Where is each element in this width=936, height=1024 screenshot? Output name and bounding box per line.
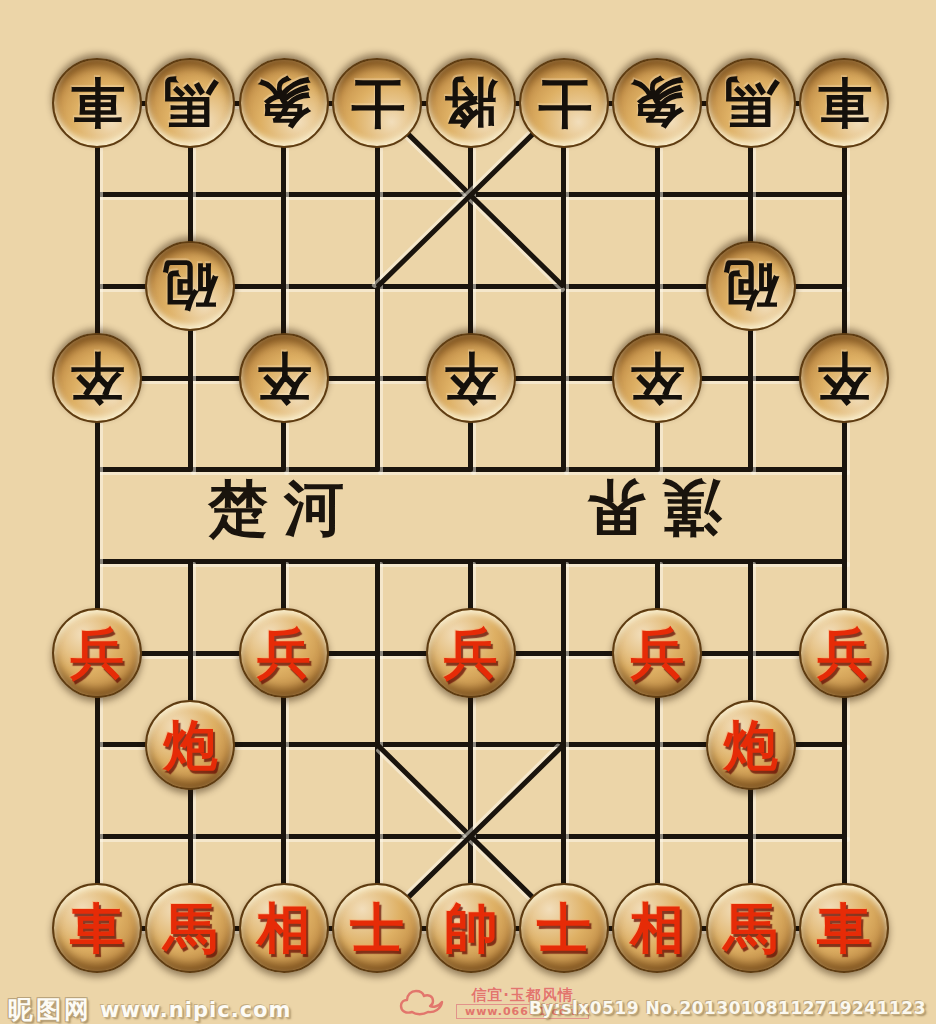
piece-red-soldier[interactable]: 兵 [426,608,516,698]
piece-red-advisor[interactable]: 士 [332,883,422,973]
xiangqi-board-photo: 楚河 漢界 車馬象士將士象馬車砲砲卒卒卒卒卒兵兵兵兵兵炮炮車馬相士帥士相馬車 昵… [0,0,936,1024]
piece-glyph: 兵 [630,626,684,680]
grid-line [95,101,100,931]
piece-red-soldier[interactable]: 兵 [612,608,702,698]
piece-glyph: 卒 [817,351,871,405]
piece-black-advisor[interactable]: 士 [519,58,609,148]
piece-glyph: 炮 [724,718,778,772]
piece-black-chariot[interactable]: 車 [52,58,142,148]
piece-red-cannon[interactable]: 炮 [706,700,796,790]
piece-black-soldier[interactable]: 卒 [52,333,142,423]
piece-glyph: 士 [537,901,591,955]
cloud-logo-icon [398,986,450,1020]
piece-glyph: 車 [817,76,871,130]
river-label-chu-he: 楚河 [208,478,360,538]
nipic-url-text: www.nipic.com [100,998,291,1022]
piece-glyph: 相 [630,901,684,955]
piece-red-horse[interactable]: 馬 [145,883,235,973]
piece-red-chariot[interactable]: 車 [52,883,142,973]
grid-line [842,101,847,931]
piece-black-horse[interactable]: 馬 [145,58,235,148]
piece-black-soldier[interactable]: 卒 [612,333,702,423]
piece-black-chariot[interactable]: 車 [799,58,889,148]
piece-glyph: 兵 [70,626,124,680]
piece-glyph: 士 [350,76,404,130]
piece-glyph: 士 [537,76,591,130]
piece-glyph: 砲 [724,259,778,313]
piece-glyph: 砲 [163,259,217,313]
piece-black-advisor[interactable]: 士 [332,58,422,148]
piece-black-elephant[interactable]: 象 [239,58,329,148]
piece-red-soldier[interactable]: 兵 [52,608,142,698]
piece-glyph: 兵 [444,626,498,680]
piece-black-cannon[interactable]: 砲 [706,241,796,331]
piece-red-cannon[interactable]: 炮 [145,700,235,790]
piece-red-soldier[interactable]: 兵 [799,608,889,698]
piece-glyph: 相 [257,901,311,955]
piece-red-horse[interactable]: 馬 [706,883,796,973]
piece-glyph: 帥 [444,901,498,955]
piece-glyph: 卒 [70,351,124,405]
piece-red-elephant[interactable]: 相 [612,883,702,973]
piece-glyph: 象 [630,76,684,130]
piece-black-horse[interactable]: 馬 [706,58,796,148]
piece-red-general[interactable]: 帥 [426,883,516,973]
piece-black-soldier[interactable]: 卒 [799,333,889,423]
piece-glyph: 炮 [163,718,217,772]
piece-glyph: 車 [70,76,124,130]
piece-glyph: 車 [817,901,871,955]
piece-glyph: 士 [350,901,404,955]
piece-glyph: 兵 [257,626,311,680]
piece-red-elephant[interactable]: 相 [239,883,329,973]
piece-glyph: 象 [257,76,311,130]
watermark-bottom-right: By:slx0519 No.20130108112719241123 [529,998,926,1018]
piece-glyph: 卒 [257,351,311,405]
piece-glyph: 馬 [163,901,217,955]
piece-glyph: 馬 [724,76,778,130]
piece-glyph: 卒 [444,351,498,405]
piece-glyph: 兵 [817,626,871,680]
piece-black-elephant[interactable]: 象 [612,58,702,148]
piece-black-soldier[interactable]: 卒 [426,333,516,423]
piece-black-general[interactable]: 將 [426,58,516,148]
piece-glyph: 車 [70,901,124,955]
river-label-han-jie: 漢界 [570,478,722,538]
piece-glyph: 將 [444,76,498,130]
piece-glyph: 卒 [630,351,684,405]
piece-red-chariot[interactable]: 車 [799,883,889,973]
piece-red-advisor[interactable]: 士 [519,883,609,973]
piece-black-cannon[interactable]: 砲 [145,241,235,331]
piece-glyph: 馬 [724,901,778,955]
watermark-bottom-left: 昵图网 www.nipic.com [8,993,291,1024]
piece-glyph: 馬 [163,76,217,130]
nipic-logo-text: 昵图网 [8,993,92,1024]
piece-black-soldier[interactable]: 卒 [239,333,329,423]
piece-red-soldier[interactable]: 兵 [239,608,329,698]
